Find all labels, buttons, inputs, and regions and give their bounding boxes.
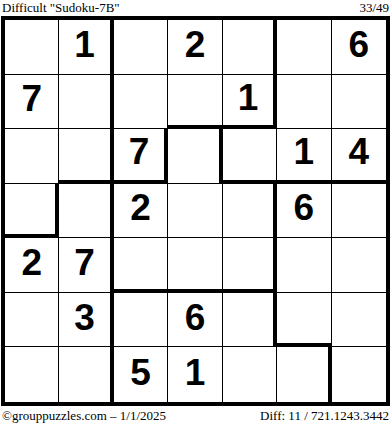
cell-r6c4[interactable]: 6 (168, 293, 222, 348)
cell-r7c3[interactable]: 5 (114, 347, 168, 402)
cell-r1c5[interactable] (223, 20, 277, 75)
cell-r5c7[interactable] (332, 238, 386, 293)
sudoku-grid: 1267171426273651 (1, 16, 390, 406)
cell-r7c6[interactable] (277, 347, 331, 402)
cell-r7c5[interactable] (223, 347, 277, 402)
cell-r5c1[interactable]: 2 (5, 238, 59, 293)
cell-r2c3[interactable] (114, 75, 168, 130)
cell-r3c4[interactable] (168, 129, 222, 184)
puzzle-title: Difficult "Sudoku-7B" (2, 0, 120, 15)
header: Difficult "Sudoku-7B" 33/49 (2, 0, 389, 16)
cell-r6c6[interactable] (277, 293, 331, 348)
cell-r2c5[interactable]: 1 (223, 75, 277, 130)
cell-r6c7[interactable] (332, 293, 386, 348)
cell-r5c3[interactable] (114, 238, 168, 293)
cell-r6c2[interactable]: 3 (59, 293, 113, 348)
given-digit: 2 (130, 187, 151, 229)
given-digit: 7 (129, 131, 150, 173)
given-digit: 2 (185, 24, 206, 66)
cell-r6c5[interactable] (223, 293, 277, 348)
page-counter: 33/49 (359, 0, 389, 15)
cell-r3c1[interactable] (5, 129, 59, 184)
cell-r5c4[interactable] (168, 238, 222, 293)
given-digit: 7 (74, 242, 95, 284)
cell-r5c2[interactable]: 7 (59, 238, 113, 293)
cell-r2c2[interactable] (59, 75, 113, 130)
cell-r1c6[interactable] (277, 20, 331, 75)
cell-r2c4[interactable] (168, 75, 222, 130)
cell-r1c7[interactable]: 6 (332, 20, 386, 75)
cell-r4c4[interactable] (168, 184, 222, 239)
given-digit: 6 (348, 24, 369, 66)
cell-r4c3[interactable]: 2 (114, 184, 168, 239)
given-digit: 2 (21, 242, 42, 284)
cell-r4c5[interactable] (223, 184, 277, 239)
given-digit: 1 (238, 77, 259, 119)
cell-r7c1[interactable] (5, 347, 59, 402)
cell-r4c2[interactable] (59, 184, 113, 239)
cell-r3c3[interactable]: 7 (114, 129, 168, 184)
cell-r1c1[interactable] (5, 20, 59, 75)
cell-r1c2[interactable]: 1 (59, 20, 113, 75)
cell-r4c7[interactable] (332, 184, 386, 239)
cell-r6c1[interactable] (5, 293, 59, 348)
cell-r4c1[interactable] (5, 184, 59, 239)
cell-r1c3[interactable] (114, 20, 168, 75)
given-digit: 1 (185, 352, 206, 394)
cell-r6c3[interactable] (114, 293, 168, 348)
cell-r2c1[interactable]: 7 (5, 75, 59, 130)
cell-r7c4[interactable]: 1 (168, 347, 222, 402)
given-digit: 6 (294, 187, 315, 229)
cell-r5c5[interactable] (223, 238, 277, 293)
cell-r3c7[interactable]: 4 (332, 129, 386, 184)
cell-r4c6[interactable]: 6 (277, 184, 331, 239)
cell-r3c6[interactable]: 1 (277, 129, 331, 184)
given-digit: 4 (348, 131, 369, 173)
cell-r5c6[interactable] (277, 238, 331, 293)
given-digit: 1 (74, 24, 95, 66)
cell-r3c2[interactable] (59, 129, 113, 184)
cell-r2c7[interactable] (332, 75, 386, 130)
given-digit: 7 (21, 78, 42, 120)
cell-r7c2[interactable] (59, 347, 113, 402)
cell-r3c5[interactable] (223, 129, 277, 184)
cell-r2c6[interactable] (277, 75, 331, 130)
given-digit: 5 (130, 352, 151, 394)
given-digit: 6 (185, 297, 206, 339)
given-digit: 3 (74, 297, 95, 339)
given-digit: 1 (294, 131, 315, 173)
copyright-text: ©grouppuzzles.com – 1/1/2025 (2, 408, 166, 424)
difficulty-text: Diff: 11 / 721.1243.3442 (260, 408, 389, 424)
cell-r1c4[interactable]: 2 (168, 20, 222, 75)
cell-r7c7[interactable] (332, 347, 386, 402)
